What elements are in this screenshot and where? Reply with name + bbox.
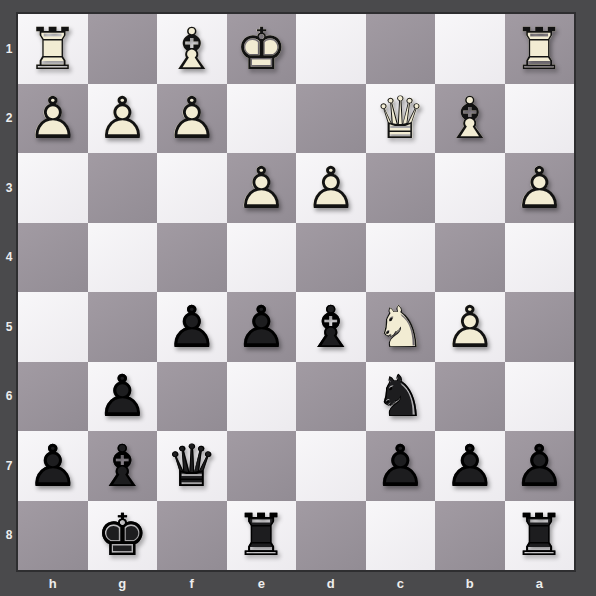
square-e6[interactable] bbox=[227, 362, 297, 432]
square-h3[interactable] bbox=[18, 153, 88, 223]
black-rook-a8[interactable]: ♜♖ bbox=[506, 502, 572, 568]
white-pawn-a3[interactable]: ♟♙ bbox=[506, 155, 572, 221]
square-c7[interactable]: ♟♙ bbox=[366, 431, 436, 501]
white-rook-a1[interactable]: ♜♖ bbox=[506, 16, 572, 82]
white-pawn-f2[interactable]: ♟♙ bbox=[159, 85, 225, 151]
square-d6[interactable] bbox=[296, 362, 366, 432]
black-rook-e8[interactable]: ♜♖ bbox=[228, 502, 294, 568]
square-f3[interactable] bbox=[157, 153, 227, 223]
black-king-g8[interactable]: ♚♔ bbox=[89, 502, 155, 568]
square-c8[interactable] bbox=[366, 501, 436, 571]
black-pawn-c7[interactable]: ♟♙ bbox=[367, 433, 433, 499]
square-a4[interactable] bbox=[505, 223, 575, 293]
file-label-e: e bbox=[227, 570, 297, 596]
square-h5[interactable] bbox=[18, 292, 88, 362]
file-label-d: d bbox=[296, 570, 366, 596]
square-d7[interactable] bbox=[296, 431, 366, 501]
piece-outline-glyph: ♗ bbox=[159, 16, 225, 82]
square-g6[interactable]: ♟♙ bbox=[88, 362, 158, 432]
black-pawn-e5[interactable]: ♟♙ bbox=[228, 294, 294, 360]
rank-label-2: 2 bbox=[0, 84, 18, 154]
piece-outline-glyph: ♙ bbox=[20, 433, 86, 499]
file-label-f: f bbox=[157, 570, 227, 596]
piece-outline-glyph: ♙ bbox=[20, 85, 86, 151]
piece-outline-glyph: ♙ bbox=[506, 433, 572, 499]
square-g3[interactable] bbox=[88, 153, 158, 223]
file-label-c: c bbox=[366, 570, 436, 596]
piece-outline-glyph: ♖ bbox=[228, 502, 294, 568]
white-king-e1[interactable]: ♚♔ bbox=[228, 16, 294, 82]
black-knight-c6[interactable]: ♞♘ bbox=[367, 363, 433, 429]
rank-label-6: 6 bbox=[0, 362, 18, 432]
piece-outline-glyph: ♙ bbox=[89, 363, 155, 429]
rank-label-3: 3 bbox=[0, 153, 18, 223]
piece-outline-glyph: ♘ bbox=[367, 294, 433, 360]
white-pawn-h2[interactable]: ♟♙ bbox=[20, 85, 86, 151]
piece-outline-glyph: ♕ bbox=[367, 85, 433, 151]
square-h8[interactable] bbox=[18, 501, 88, 571]
square-f6[interactable] bbox=[157, 362, 227, 432]
square-g1[interactable] bbox=[88, 14, 158, 84]
square-f1[interactable]: ♝♗ bbox=[157, 14, 227, 84]
square-a3[interactable]: ♟♙ bbox=[505, 153, 575, 223]
piece-outline-glyph: ♙ bbox=[437, 433, 503, 499]
square-e1[interactable]: ♚♔ bbox=[227, 14, 297, 84]
piece-outline-glyph: ♖ bbox=[506, 502, 572, 568]
square-e3[interactable]: ♟♙ bbox=[227, 153, 297, 223]
square-f8[interactable] bbox=[157, 501, 227, 571]
white-queen-c2[interactable]: ♛♕ bbox=[367, 85, 433, 151]
square-a7[interactable]: ♟♙ bbox=[505, 431, 575, 501]
square-f5[interactable]: ♟♙ bbox=[157, 292, 227, 362]
piece-outline-glyph: ♘ bbox=[367, 363, 433, 429]
piece-outline-glyph: ♖ bbox=[506, 16, 572, 82]
rank-label-8: 8 bbox=[0, 501, 18, 571]
square-a2[interactable] bbox=[505, 84, 575, 154]
square-h6[interactable] bbox=[18, 362, 88, 432]
piece-outline-glyph: ♙ bbox=[89, 85, 155, 151]
piece-outline-glyph: ♙ bbox=[298, 155, 364, 221]
square-c5[interactable]: ♞♘ bbox=[366, 292, 436, 362]
square-c1[interactable] bbox=[366, 14, 436, 84]
square-a6[interactable] bbox=[505, 362, 575, 432]
square-b6[interactable] bbox=[435, 362, 505, 432]
piece-outline-glyph: ♔ bbox=[89, 502, 155, 568]
white-knight-c5[interactable]: ♞♘ bbox=[367, 294, 433, 360]
square-c2[interactable]: ♛♕ bbox=[366, 84, 436, 154]
square-e4[interactable] bbox=[227, 223, 297, 293]
file-label-g: g bbox=[88, 570, 158, 596]
square-b2[interactable]: ♝♗ bbox=[435, 84, 505, 154]
square-e8[interactable]: ♜♖ bbox=[227, 501, 297, 571]
square-e7[interactable] bbox=[227, 431, 297, 501]
square-d1[interactable] bbox=[296, 14, 366, 84]
square-a8[interactable]: ♜♖ bbox=[505, 501, 575, 571]
square-h2[interactable]: ♟♙ bbox=[18, 84, 88, 154]
rank-label-1: 1 bbox=[0, 14, 18, 84]
square-h1[interactable]: ♜♖ bbox=[18, 14, 88, 84]
square-g5[interactable] bbox=[88, 292, 158, 362]
square-g2[interactable]: ♟♙ bbox=[88, 84, 158, 154]
piece-outline-glyph: ♗ bbox=[437, 85, 503, 151]
square-d3[interactable]: ♟♙ bbox=[296, 153, 366, 223]
white-bishop-f1[interactable]: ♝♗ bbox=[159, 16, 225, 82]
white-pawn-b5[interactable]: ♟♙ bbox=[437, 294, 503, 360]
black-bishop-g7[interactable]: ♝♗ bbox=[89, 433, 155, 499]
black-pawn-a7[interactable]: ♟♙ bbox=[506, 433, 572, 499]
square-d8[interactable] bbox=[296, 501, 366, 571]
square-c3[interactable] bbox=[366, 153, 436, 223]
black-pawn-b7[interactable]: ♟♙ bbox=[437, 433, 503, 499]
piece-outline-glyph: ♙ bbox=[159, 294, 225, 360]
square-a1[interactable]: ♜♖ bbox=[505, 14, 575, 84]
square-c4[interactable] bbox=[366, 223, 436, 293]
square-h7[interactable]: ♟♙ bbox=[18, 431, 88, 501]
square-f4[interactable] bbox=[157, 223, 227, 293]
piece-outline-glyph: ♙ bbox=[437, 294, 503, 360]
square-h4[interactable] bbox=[18, 223, 88, 293]
piece-outline-glyph: ♔ bbox=[228, 16, 294, 82]
square-f2[interactable]: ♟♙ bbox=[157, 84, 227, 154]
file-label-a: a bbox=[505, 570, 575, 596]
piece-outline-glyph: ♗ bbox=[89, 433, 155, 499]
white-pawn-d3[interactable]: ♟♙ bbox=[298, 155, 364, 221]
square-f7[interactable]: ♛♕ bbox=[157, 431, 227, 501]
square-c6[interactable]: ♞♘ bbox=[366, 362, 436, 432]
square-d5[interactable]: ♝♗ bbox=[296, 292, 366, 362]
piece-outline-glyph: ♙ bbox=[159, 85, 225, 151]
square-d2[interactable] bbox=[296, 84, 366, 154]
white-bishop-b2[interactable]: ♝♗ bbox=[437, 85, 503, 151]
square-b4[interactable] bbox=[435, 223, 505, 293]
square-d4[interactable] bbox=[296, 223, 366, 293]
piece-outline-glyph: ♕ bbox=[159, 433, 225, 499]
file-label-b: b bbox=[435, 570, 505, 596]
rank-label-4: 4 bbox=[0, 223, 18, 293]
square-g8[interactable]: ♚♔ bbox=[88, 501, 158, 571]
white-rook-h1[interactable]: ♜♖ bbox=[20, 16, 86, 82]
rank-labels: 12345678 bbox=[0, 14, 18, 570]
file-label-h: h bbox=[18, 570, 88, 596]
square-g7[interactable]: ♝♗ bbox=[88, 431, 158, 501]
rank-label-7: 7 bbox=[0, 431, 18, 501]
piece-outline-glyph: ♗ bbox=[298, 294, 364, 360]
chessboard-frame: 12345678 ♜♖♝♗♚♔♜♖♟♙♟♙♟♙♛♕♝♗♟♙♟♙♟♙♟♙♟♙♝♗♞… bbox=[0, 0, 596, 596]
piece-outline-glyph: ♙ bbox=[228, 155, 294, 221]
square-g4[interactable] bbox=[88, 223, 158, 293]
black-bishop-d5[interactable]: ♝♗ bbox=[298, 294, 364, 360]
black-queen-f7[interactable]: ♛♕ bbox=[159, 433, 225, 499]
piece-outline-glyph: ♙ bbox=[367, 433, 433, 499]
square-b5[interactable]: ♟♙ bbox=[435, 292, 505, 362]
square-b7[interactable]: ♟♙ bbox=[435, 431, 505, 501]
piece-outline-glyph: ♙ bbox=[228, 294, 294, 360]
square-b3[interactable] bbox=[435, 153, 505, 223]
board: ♜♖♝♗♚♔♜♖♟♙♟♙♟♙♛♕♝♗♟♙♟♙♟♙♟♙♟♙♝♗♞♘♟♙♟♙♞♘♟♙… bbox=[18, 14, 574, 570]
square-e5[interactable]: ♟♙ bbox=[227, 292, 297, 362]
square-b8[interactable] bbox=[435, 501, 505, 571]
square-a5[interactable] bbox=[505, 292, 575, 362]
rank-label-5: 5 bbox=[0, 292, 18, 362]
black-pawn-h7[interactable]: ♟♙ bbox=[20, 433, 86, 499]
square-b1[interactable] bbox=[435, 14, 505, 84]
white-pawn-e3[interactable]: ♟♙ bbox=[228, 155, 294, 221]
piece-outline-glyph: ♙ bbox=[506, 155, 572, 221]
file-labels: hgfedcba bbox=[18, 570, 574, 596]
piece-outline-glyph: ♖ bbox=[20, 16, 86, 82]
black-pawn-g6[interactable]: ♟♙ bbox=[89, 363, 155, 429]
white-pawn-g2[interactable]: ♟♙ bbox=[89, 85, 155, 151]
square-e2[interactable] bbox=[227, 84, 297, 154]
black-pawn-f5[interactable]: ♟♙ bbox=[159, 294, 225, 360]
